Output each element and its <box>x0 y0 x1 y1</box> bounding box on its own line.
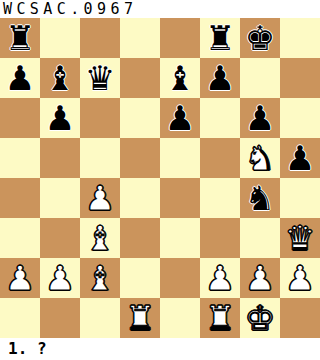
square-c6[interactable] <box>80 98 120 138</box>
square-d3[interactable] <box>120 218 160 258</box>
square-e1[interactable] <box>160 298 200 338</box>
square-b7[interactable]: ♝ <box>40 58 80 98</box>
square-c4[interactable]: ♟ <box>80 178 120 218</box>
square-h3[interactable]: ♛ <box>280 218 320 258</box>
square-a2[interactable]: ♟ <box>0 258 40 298</box>
black-pawn: ♟ <box>45 98 75 138</box>
square-g5[interactable]: ♞ <box>240 138 280 178</box>
square-f8[interactable]: ♜ <box>200 18 240 58</box>
square-c2[interactable]: ♝ <box>80 258 120 298</box>
white-bishop: ♝ <box>85 218 115 258</box>
square-b2[interactable]: ♟ <box>40 258 80 298</box>
square-a8[interactable]: ♜ <box>0 18 40 58</box>
black-pawn: ♟ <box>5 58 35 98</box>
square-h4[interactable] <box>280 178 320 218</box>
square-a5[interactable] <box>0 138 40 178</box>
black-rook: ♜ <box>5 18 35 58</box>
square-h1[interactable] <box>280 298 320 338</box>
square-f3[interactable] <box>200 218 240 258</box>
white-queen: ♛ <box>285 218 315 258</box>
black-pawn: ♟ <box>165 98 195 138</box>
white-pawn: ♟ <box>5 258 35 298</box>
white-pawn: ♟ <box>85 178 115 218</box>
white-pawn: ♟ <box>285 258 315 298</box>
white-rook: ♜ <box>125 298 155 338</box>
square-g8[interactable]: ♚ <box>240 18 280 58</box>
square-b8[interactable] <box>40 18 80 58</box>
white-rook: ♜ <box>205 298 235 338</box>
square-d6[interactable] <box>120 98 160 138</box>
square-g3[interactable] <box>240 218 280 258</box>
square-g7[interactable] <box>240 58 280 98</box>
black-pawn: ♟ <box>285 138 315 178</box>
white-pawn: ♟ <box>45 258 75 298</box>
chess-board: ♜♜♚♟♝♛♝♟♟♟♟♞♟♟♞♝♛♟♟♝♟♟♟♜♜♚ <box>0 18 320 338</box>
square-a3[interactable] <box>0 218 40 258</box>
square-e2[interactable] <box>160 258 200 298</box>
square-e3[interactable] <box>160 218 200 258</box>
square-g2[interactable]: ♟ <box>240 258 280 298</box>
square-f1[interactable]: ♜ <box>200 298 240 338</box>
square-e4[interactable] <box>160 178 200 218</box>
square-f4[interactable] <box>200 178 240 218</box>
black-king: ♚ <box>245 18 275 58</box>
square-h6[interactable] <box>280 98 320 138</box>
square-f5[interactable] <box>200 138 240 178</box>
square-a4[interactable] <box>0 178 40 218</box>
square-d1[interactable]: ♜ <box>120 298 160 338</box>
puzzle-id: WCSAC.0967 <box>0 0 320 18</box>
white-pawn: ♟ <box>245 258 275 298</box>
square-g1[interactable]: ♚ <box>240 298 280 338</box>
black-bishop: ♝ <box>45 58 75 98</box>
white-king: ♚ <box>245 298 275 338</box>
square-b3[interactable] <box>40 218 80 258</box>
square-f7[interactable]: ♟ <box>200 58 240 98</box>
square-d7[interactable] <box>120 58 160 98</box>
square-c8[interactable] <box>80 18 120 58</box>
square-h5[interactable]: ♟ <box>280 138 320 178</box>
square-e6[interactable]: ♟ <box>160 98 200 138</box>
square-a6[interactable] <box>0 98 40 138</box>
square-e7[interactable]: ♝ <box>160 58 200 98</box>
move-prompt: 1. ? <box>0 338 320 360</box>
square-b6[interactable]: ♟ <box>40 98 80 138</box>
black-knight: ♞ <box>245 178 275 218</box>
black-queen: ♛ <box>85 58 115 98</box>
square-d4[interactable] <box>120 178 160 218</box>
square-c1[interactable] <box>80 298 120 338</box>
header-bar: WCSAC.0967 <box>0 0 320 18</box>
square-h8[interactable] <box>280 18 320 58</box>
square-g4[interactable]: ♞ <box>240 178 280 218</box>
square-d5[interactable] <box>120 138 160 178</box>
square-g6[interactable]: ♟ <box>240 98 280 138</box>
white-pawn: ♟ <box>205 258 235 298</box>
square-b4[interactable] <box>40 178 80 218</box>
black-bishop: ♝ <box>165 58 195 98</box>
white-bishop: ♝ <box>85 258 115 298</box>
square-d2[interactable] <box>120 258 160 298</box>
square-f6[interactable] <box>200 98 240 138</box>
square-e5[interactable] <box>160 138 200 178</box>
square-e8[interactable] <box>160 18 200 58</box>
black-pawn: ♟ <box>205 58 235 98</box>
square-c5[interactable] <box>80 138 120 178</box>
square-d8[interactable] <box>120 18 160 58</box>
square-h2[interactable]: ♟ <box>280 258 320 298</box>
square-a1[interactable] <box>0 298 40 338</box>
footer-bar: 1. ? <box>0 338 320 360</box>
black-pawn: ♟ <box>245 98 275 138</box>
white-knight: ♞ <box>245 138 275 178</box>
square-f2[interactable]: ♟ <box>200 258 240 298</box>
square-c3[interactable]: ♝ <box>80 218 120 258</box>
black-rook: ♜ <box>205 18 235 58</box>
square-b5[interactable] <box>40 138 80 178</box>
square-a7[interactable]: ♟ <box>0 58 40 98</box>
square-b1[interactable] <box>40 298 80 338</box>
square-c7[interactable]: ♛ <box>80 58 120 98</box>
square-h7[interactable] <box>280 58 320 98</box>
